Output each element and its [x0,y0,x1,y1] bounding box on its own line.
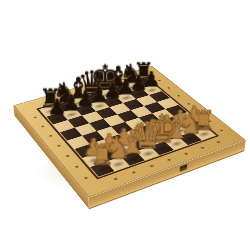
chess-board: ♜♞♝♛♚♝♞♜♟♟♟♟♟♟♟♟♟♟♟♟♟♟♟♟♜♞♝♛♚♝♞♜ [13,66,246,198]
pieces-layer: ♜♞♝♛♚♝♞♜♟♟♟♟♟♟♟♟♟♟♟♟♟♟♟♟♜♞♝♛♚♝♞♜ [13,66,246,198]
clasp-latch [179,164,187,172]
rook-glyph: ♜ [89,140,115,169]
chess-set-photo: ♜♞♝♛♚♝♞♜♟♟♟♟♟♟♟♟♟♟♟♟♟♟♟♟♜♞♝♛♚♝♞♜ [0,0,250,250]
scene: ♜♞♝♛♚♝♞♜♟♟♟♟♟♟♟♟♟♟♟♟♟♟♟♟♜♞♝♛♚♝♞♜ [0,0,250,250]
